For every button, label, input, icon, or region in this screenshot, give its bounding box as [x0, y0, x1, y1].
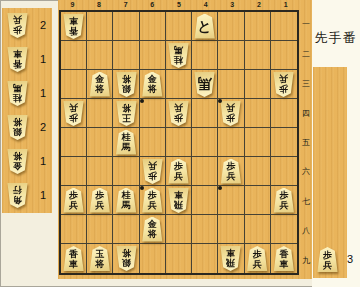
shogi-piece-香車-sente[interactable]: 香車 — [273, 246, 294, 271]
square-8-3[interactable]: 金将 — [87, 70, 113, 99]
piece-kanji: 将 — [13, 117, 22, 127]
shogi-piece-金将-gote[interactable]: 金将 — [7, 149, 28, 174]
file-labels: 987654321 — [59, 0, 299, 10]
square-6-8[interactable]: 金将 — [140, 215, 166, 244]
piece-kanji: 車 — [174, 190, 183, 200]
gote-hand-item-桂馬[interactable]: 桂馬1 — [2, 76, 52, 110]
piece-face: 桂馬 — [168, 43, 189, 68]
shogi-piece-歩兵-gote[interactable]: 歩兵 — [142, 159, 163, 184]
piece-kanji: 兵 — [95, 200, 104, 210]
piece-face: 歩兵 — [142, 159, 163, 184]
piece-face: 桂馬 — [116, 188, 137, 213]
shogi-piece-歩兵-gote[interactable]: 歩兵 — [220, 101, 241, 126]
square-5-5[interactable] — [166, 128, 192, 157]
piece-face: 歩兵 — [273, 72, 294, 97]
board-area: 987654321 香車と桂馬金将銀将金将馬歩兵歩兵王将歩兵歩兵桂馬歩兵歩兵歩兵… — [58, 0, 312, 279]
square-3-3[interactable] — [218, 70, 244, 99]
piece-kanji: 銀 — [13, 127, 22, 137]
square-6-2[interactable] — [140, 41, 166, 70]
shogi-piece-桂馬-gote[interactable]: 桂馬 — [7, 81, 28, 106]
piece-kanji: 兵 — [69, 103, 78, 113]
shogi-piece-飛車-gote[interactable]: 飛車 — [220, 246, 241, 271]
piece-kanji: 将 — [13, 151, 22, 161]
shogi-piece-金将-sente[interactable]: 金将 — [142, 217, 163, 242]
piece-kanji: 歩 — [323, 250, 332, 260]
shogi-piece-銀将-gote[interactable]: 銀将 — [116, 246, 137, 271]
piece-face: 歩兵 — [89, 188, 110, 213]
shogi-piece-歩兵-sente[interactable]: 歩兵 — [142, 188, 163, 213]
square-9-7[interactable]: 歩兵 — [61, 186, 87, 215]
square-3-6[interactable]: 歩兵 — [218, 157, 244, 186]
piece-kanji: 歩 — [174, 113, 183, 123]
file-label-6: 6 — [139, 0, 166, 10]
piece-face: 歩兵 — [63, 188, 84, 213]
square-2-8[interactable] — [245, 215, 271, 244]
board-grid: 香車と桂馬金将銀将金将馬歩兵歩兵王将歩兵歩兵桂馬歩兵歩兵歩兵歩兵歩兵桂馬歩兵飛車… — [59, 10, 299, 275]
piece-kanji: 将 — [148, 229, 157, 239]
board-star-point — [218, 186, 222, 190]
shogi-piece-歩兵-gote[interactable]: 歩兵 — [273, 72, 294, 97]
piece-kanji: 兵 — [226, 103, 235, 113]
square-5-9[interactable] — [166, 244, 192, 273]
gote-hand-item-金将[interactable]: 金将1 — [2, 144, 52, 178]
piece-kanji: 歩 — [148, 190, 157, 200]
piece-face: 香車 — [63, 14, 84, 39]
square-7-5[interactable]: 桂馬 — [113, 128, 139, 157]
shogi-piece-銀将-gote[interactable]: 銀将 — [116, 72, 137, 97]
square-4-9[interactable] — [192, 244, 218, 273]
square-5-1[interactable] — [166, 12, 192, 41]
file-label-9: 9 — [59, 0, 86, 10]
piece-face: と — [194, 14, 215, 39]
piece-face: 歩兵 — [7, 13, 28, 38]
piece-kanji: 歩 — [69, 190, 78, 200]
square-1-5[interactable] — [271, 128, 297, 157]
piece-kanji: 香 — [69, 26, 78, 36]
piece-kanji: 馬 — [13, 83, 22, 93]
shogi-piece-飛車-gote[interactable]: 飛車 — [168, 188, 189, 213]
piece-face: 金将 — [89, 72, 110, 97]
piece-kanji: 将 — [122, 103, 131, 113]
square-6-6[interactable]: 歩兵 — [140, 157, 166, 186]
gote-hand-item-歩兵[interactable]: 歩兵2 — [2, 8, 52, 42]
piece-face: 香車 — [7, 47, 28, 72]
piece-face: 飛車 — [168, 188, 189, 213]
square-9-8[interactable] — [61, 215, 87, 244]
piece-kanji: 兵 — [69, 200, 78, 210]
square-3-1[interactable] — [218, 12, 244, 41]
piece-kanji: 車 — [69, 16, 78, 26]
square-7-8[interactable] — [113, 215, 139, 244]
square-6-7[interactable]: 歩兵 — [140, 186, 166, 215]
shogi-piece-馬-gote[interactable]: 馬 — [194, 72, 215, 97]
piece-face: 王将 — [116, 101, 137, 126]
piece-kanji: 車 — [226, 249, 235, 259]
square-7-1[interactable] — [113, 12, 139, 41]
piece-kanji: 歩 — [174, 161, 183, 171]
square-3-5[interactable] — [218, 128, 244, 157]
piece-face: 金将 — [142, 217, 163, 242]
board-star-point — [140, 186, 144, 190]
file-label-7: 7 — [112, 0, 139, 10]
gote-hand-count: 1 — [40, 87, 46, 99]
shogi-piece-歩兵-sente[interactable]: 歩兵 — [247, 246, 268, 271]
piece-kanji: 兵 — [279, 74, 288, 84]
piece-face: 桂馬 — [116, 130, 137, 155]
rank-label-七: 七 — [300, 187, 312, 216]
piece-face: 歩兵 — [142, 188, 163, 213]
shogi-piece-桂馬-sente[interactable]: 桂馬 — [116, 130, 137, 155]
square-9-2[interactable] — [61, 41, 87, 70]
file-label-4: 4 — [192, 0, 219, 10]
shogi-piece-歩兵-sente[interactable]: 歩兵 — [63, 188, 84, 213]
shogi-piece-桂馬-sente[interactable]: 桂馬 — [116, 188, 137, 213]
square-3-4[interactable]: 歩兵 — [218, 99, 244, 128]
square-1-2[interactable] — [271, 41, 297, 70]
square-3-2[interactable] — [218, 41, 244, 70]
piece-kanji: 車 — [279, 259, 288, 269]
square-7-6[interactable] — [113, 157, 139, 186]
piece-kanji: 兵 — [174, 171, 183, 181]
gote-hand-tray: 歩兵2香車1桂馬1銀将2金将1角行1 — [2, 8, 52, 213]
gote-hand-item-銀将[interactable]: 銀将2 — [2, 110, 52, 144]
square-8-4[interactable] — [87, 99, 113, 128]
rank-labels: 一二三四五六七八九 — [300, 10, 312, 275]
file-label-8: 8 — [86, 0, 113, 10]
piece-kanji: 兵 — [148, 161, 157, 171]
square-5-3[interactable] — [166, 70, 192, 99]
square-7-4[interactable]: 王将 — [113, 99, 139, 128]
shogi-piece-と-sente[interactable]: と — [194, 14, 215, 39]
square-4-2[interactable] — [192, 41, 218, 70]
rank-label-二: 二 — [300, 39, 312, 68]
square-9-9[interactable]: 香車 — [61, 244, 87, 273]
gote-hand-item-香車[interactable]: 香車1 — [2, 42, 52, 76]
piece-kanji: 将 — [148, 84, 157, 94]
piece-kanji: 車 — [69, 259, 78, 269]
piece-kanji: 将 — [95, 259, 104, 269]
square-6-3[interactable]: 金将 — [140, 70, 166, 99]
file-label-3: 3 — [219, 0, 246, 10]
piece-face: 金将 — [7, 149, 28, 174]
square-4-7[interactable] — [192, 186, 218, 215]
piece-kanji: 金 — [148, 219, 157, 229]
sente-hand-item-歩兵[interactable]: 歩兵3 — [317, 247, 338, 272]
turn-indicator: 先手番 — [311, 29, 360, 47]
shogi-piece-角行-gote[interactable]: 角行 — [7, 183, 28, 208]
piece-kanji: 歩 — [279, 190, 288, 200]
shogi-piece-歩兵-sente[interactable]: 歩兵 — [89, 188, 110, 213]
square-4-8[interactable] — [192, 215, 218, 244]
piece-kanji: 玉 — [95, 249, 104, 259]
shogi-piece-金将-sente[interactable]: 金将 — [89, 72, 110, 97]
rank-label-六: 六 — [300, 157, 312, 186]
shogi-piece-歩兵-sente[interactable]: 歩兵 — [168, 159, 189, 184]
piece-kanji: 歩 — [148, 171, 157, 181]
piece-kanji: 香 — [279, 249, 288, 259]
piece-kanji: 馬 — [122, 200, 131, 210]
square-1-4[interactable] — [271, 99, 297, 128]
square-9-6[interactable] — [61, 157, 87, 186]
square-8-6[interactable] — [87, 157, 113, 186]
square-8-1[interactable] — [87, 12, 113, 41]
board-star-point — [218, 99, 222, 103]
piece-kanji: 兵 — [148, 200, 157, 210]
piece-face: 歩兵 — [247, 246, 268, 271]
piece-kanji: 銀 — [122, 84, 131, 94]
rank-label-三: 三 — [300, 69, 312, 98]
square-4-6[interactable] — [192, 157, 218, 186]
square-7-7[interactable]: 桂馬 — [113, 186, 139, 215]
square-5-4[interactable]: 歩兵 — [166, 99, 192, 128]
square-5-6[interactable]: 歩兵 — [166, 157, 192, 186]
square-1-9[interactable]: 香車 — [271, 244, 297, 273]
square-5-8[interactable] — [166, 215, 192, 244]
shogi-piece-歩兵-gote[interactable]: 歩兵 — [7, 13, 28, 38]
shogi-piece-金将-sente[interactable]: 金将 — [142, 72, 163, 97]
gote-hand-count: 1 — [40, 155, 46, 167]
piece-face: 歩兵 — [63, 101, 84, 126]
piece-kanji: 金 — [13, 161, 22, 171]
square-6-9[interactable] — [140, 244, 166, 273]
piece-kanji: と — [198, 18, 212, 34]
piece-kanji: 桂 — [122, 132, 131, 142]
shogi-piece-玉将-sente[interactable]: 玉将 — [89, 246, 110, 271]
piece-kanji: 馬 — [198, 76, 212, 92]
square-4-5[interactable] — [192, 128, 218, 157]
piece-kanji: 行 — [13, 185, 22, 195]
piece-face: 香車 — [273, 246, 294, 271]
sente-hand-count: 3 — [347, 253, 353, 265]
piece-kanji: 香 — [69, 249, 78, 259]
piece-face: 歩兵 — [220, 101, 241, 126]
square-9-1[interactable]: 香車 — [61, 12, 87, 41]
piece-kanji: 王 — [122, 113, 131, 123]
square-9-4[interactable]: 歩兵 — [61, 99, 87, 128]
square-5-2[interactable]: 桂馬 — [166, 41, 192, 70]
gote-hand-item-角行[interactable]: 角行1 — [2, 178, 52, 212]
piece-face: 玉将 — [89, 246, 110, 271]
shogi-piece-香車-sente[interactable]: 香車 — [63, 246, 84, 271]
piece-kanji: 歩 — [95, 190, 104, 200]
piece-face: 銀将 — [116, 72, 137, 97]
shogi-piece-歩兵-sente[interactable]: 歩兵 — [317, 247, 338, 272]
gote-hand-count: 1 — [40, 189, 46, 201]
square-2-5[interactable] — [245, 128, 271, 157]
square-2-1[interactable] — [245, 12, 271, 41]
piece-kanji: 桂 — [13, 93, 22, 103]
piece-face: 歩兵 — [317, 247, 338, 272]
square-2-6[interactable] — [245, 157, 271, 186]
piece-kanji: 角 — [13, 195, 22, 205]
shogi-piece-歩兵-gote[interactable]: 歩兵 — [168, 101, 189, 126]
piece-face: 香車 — [63, 246, 84, 271]
square-2-7[interactable] — [245, 186, 271, 215]
square-6-4[interactable] — [140, 99, 166, 128]
piece-kanji: 香 — [13, 59, 22, 69]
file-label-2: 2 — [246, 0, 273, 10]
piece-kanji: 桂 — [122, 190, 131, 200]
piece-kanji: 兵 — [253, 259, 262, 269]
piece-kanji: 車 — [13, 49, 22, 59]
piece-kanji: 飛 — [226, 259, 235, 269]
square-1-6[interactable] — [271, 157, 297, 186]
piece-kanji: 歩 — [13, 25, 22, 35]
gote-hand-count: 2 — [40, 19, 46, 31]
piece-face: 金将 — [142, 72, 163, 97]
square-7-9[interactable]: 銀将 — [113, 244, 139, 273]
piece-kanji: 兵 — [226, 171, 235, 181]
piece-kanji: 歩 — [279, 84, 288, 94]
piece-face: 桂馬 — [7, 81, 28, 106]
piece-kanji: 馬 — [122, 142, 131, 152]
shogi-piece-桂馬-gote[interactable]: 桂馬 — [168, 43, 189, 68]
piece-kanji: 馬 — [174, 45, 183, 55]
rank-label-五: 五 — [300, 128, 312, 157]
piece-kanji: 飛 — [174, 200, 183, 210]
square-4-1[interactable]: と — [192, 12, 218, 41]
shogi-piece-歩兵-gote[interactable]: 歩兵 — [63, 101, 84, 126]
piece-kanji: 兵 — [174, 103, 183, 113]
rank-label-八: 八 — [300, 216, 312, 245]
file-label-1: 1 — [272, 0, 299, 10]
square-7-2[interactable] — [113, 41, 139, 70]
piece-face: 角行 — [7, 183, 28, 208]
piece-face: 飛車 — [220, 246, 241, 271]
square-8-9[interactable]: 玉将 — [87, 244, 113, 273]
piece-kanji: 桂 — [174, 55, 183, 65]
square-9-3[interactable] — [61, 70, 87, 99]
rank-label-一: 一 — [300, 10, 312, 39]
shogi-piece-銀将-gote[interactable]: 銀将 — [7, 115, 28, 140]
piece-kanji: 将 — [122, 249, 131, 259]
piece-kanji: 歩 — [253, 249, 262, 259]
piece-face: 馬 — [194, 72, 215, 97]
piece-face: 歩兵 — [168, 101, 189, 126]
piece-face: 銀将 — [116, 246, 137, 271]
square-7-3[interactable]: 銀将 — [113, 70, 139, 99]
gote-hand-count: 1 — [40, 53, 46, 65]
square-3-8[interactable] — [218, 215, 244, 244]
square-6-5[interactable] — [140, 128, 166, 157]
shogi-piece-歩兵-sente[interactable]: 歩兵 — [220, 159, 241, 184]
piece-kanji: 歩 — [69, 113, 78, 123]
square-3-7[interactable] — [218, 186, 244, 215]
piece-face: 歩兵 — [273, 188, 294, 213]
piece-kanji: 兵 — [13, 15, 22, 25]
square-4-3[interactable]: 馬 — [192, 70, 218, 99]
piece-kanji: 歩 — [226, 161, 235, 171]
piece-kanji: 金 — [95, 74, 104, 84]
piece-kanji: 銀 — [122, 259, 131, 269]
square-8-8[interactable] — [87, 215, 113, 244]
gote-hand-count: 2 — [40, 121, 46, 133]
piece-face: 歩兵 — [168, 159, 189, 184]
square-9-5[interactable] — [61, 128, 87, 157]
square-1-3[interactable]: 歩兵 — [271, 70, 297, 99]
rank-label-四: 四 — [300, 98, 312, 127]
square-2-2[interactable] — [245, 41, 271, 70]
rank-label-九: 九 — [300, 246, 312, 275]
piece-kanji: 金 — [148, 74, 157, 84]
shogi-piece-歩兵-sente[interactable]: 歩兵 — [273, 188, 294, 213]
shogi-diagram: 先手番 歩兵2香車1桂馬1銀将2金将1角行1 987654321 香車と桂馬金将… — [0, 0, 360, 287]
sente-hand-tray: 歩兵3 — [313, 67, 347, 278]
piece-kanji: 歩 — [226, 113, 235, 123]
piece-face: 歩兵 — [220, 159, 241, 184]
square-5-7[interactable]: 飛車 — [166, 186, 192, 215]
board-star-point — [140, 99, 144, 103]
shogi-piece-香車-gote[interactable]: 香車 — [63, 14, 84, 39]
square-4-4[interactable] — [192, 99, 218, 128]
piece-kanji: 兵 — [279, 200, 288, 210]
square-3-9[interactable]: 飛車 — [218, 244, 244, 273]
square-2-9[interactable]: 歩兵 — [245, 244, 271, 273]
piece-kanji: 兵 — [323, 260, 332, 270]
piece-kanji: 将 — [122, 74, 131, 84]
square-8-5[interactable] — [87, 128, 113, 157]
file-label-5: 5 — [166, 0, 193, 10]
square-8-7[interactable]: 歩兵 — [87, 186, 113, 215]
shogi-piece-王将-gote[interactable]: 王将 — [116, 101, 137, 126]
piece-face: 銀将 — [7, 115, 28, 140]
square-1-1[interactable] — [271, 12, 297, 41]
square-1-7[interactable]: 歩兵 — [271, 186, 297, 215]
square-2-4[interactable] — [245, 99, 271, 128]
square-6-1[interactable] — [140, 12, 166, 41]
square-8-2[interactable] — [87, 41, 113, 70]
piece-kanji: 将 — [95, 84, 104, 94]
square-1-8[interactable] — [271, 215, 297, 244]
shogi-piece-香車-gote[interactable]: 香車 — [7, 47, 28, 72]
square-2-3[interactable] — [245, 70, 271, 99]
